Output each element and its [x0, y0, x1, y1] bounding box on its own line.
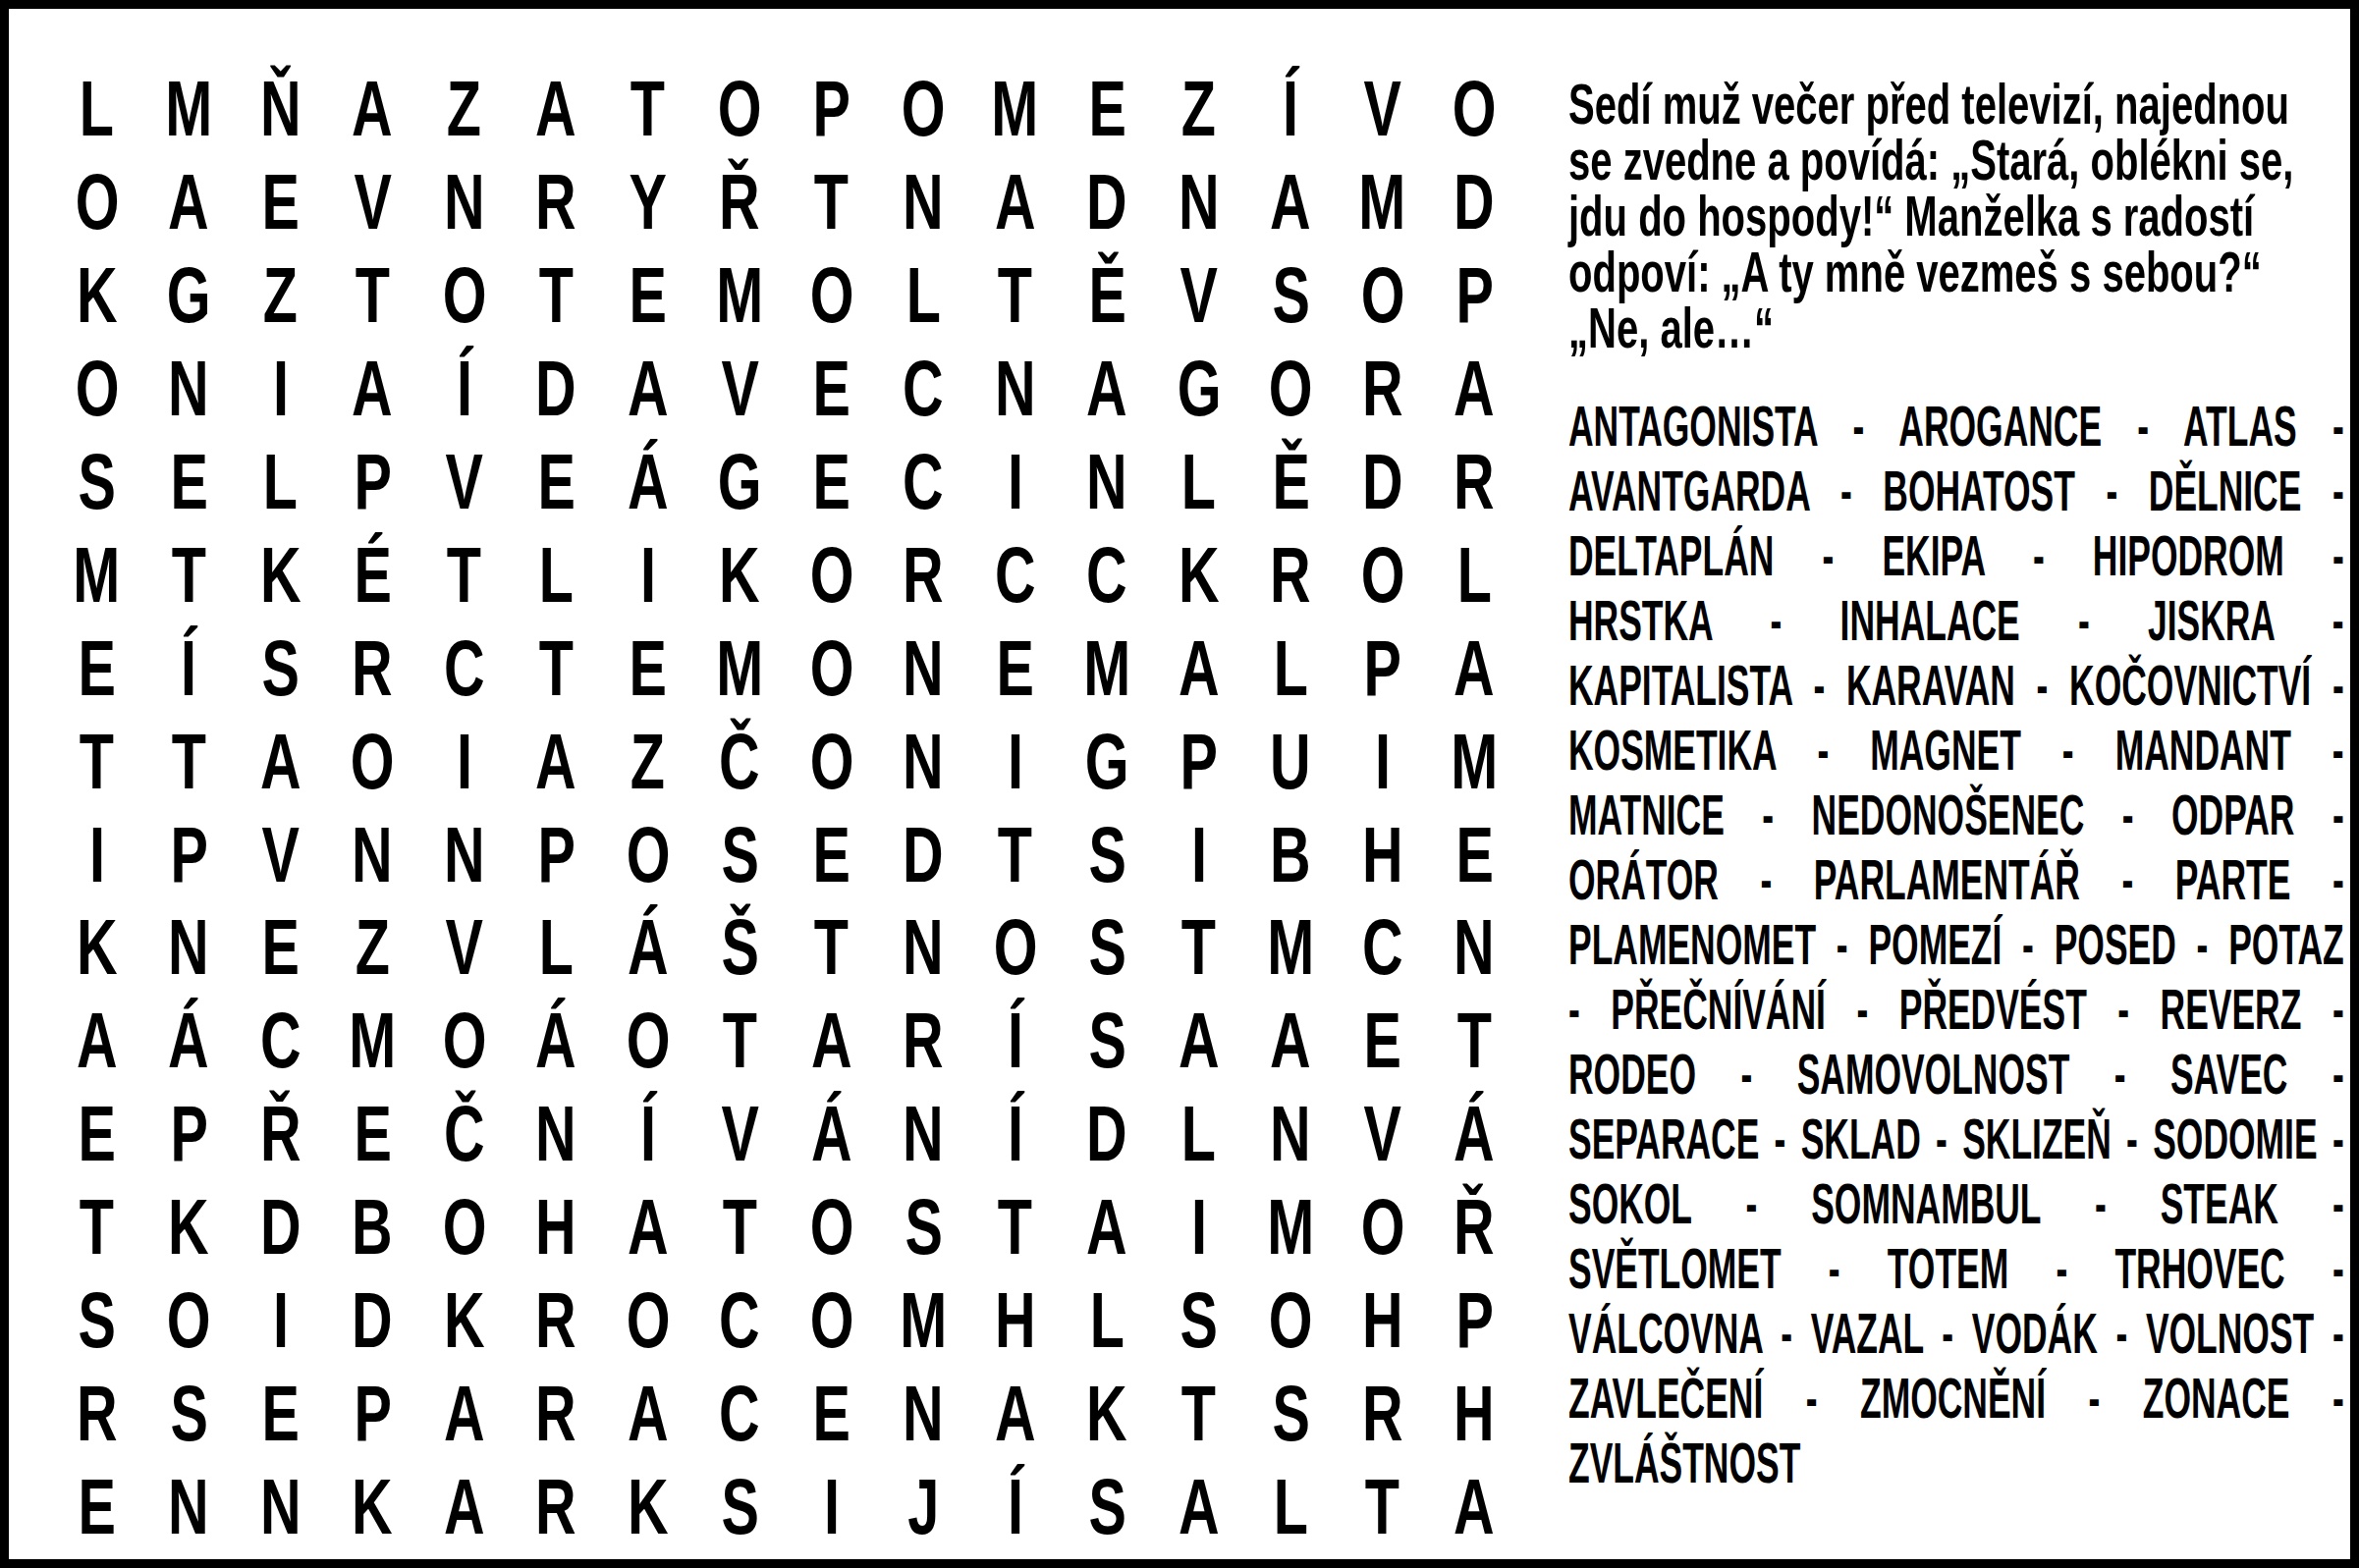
grid-letter: V — [354, 163, 391, 242]
grid-cell-r3c6: T — [511, 249, 603, 343]
grid-cell-r2c11: A — [969, 156, 1062, 249]
grid-cell-r7c16: A — [1429, 622, 1521, 715]
grid-cell-r13c9: O — [786, 1181, 878, 1274]
grid-cell-r12c11: Í — [969, 1088, 1062, 1181]
grid-letter: Z — [263, 256, 298, 335]
grid-letter: A — [352, 70, 393, 148]
grid-letter: Á — [628, 908, 669, 987]
grid-cell-r11c8: T — [694, 995, 787, 1088]
grid-cell-r9c7: O — [602, 808, 694, 901]
grid-cell-r7c8: M — [694, 622, 787, 715]
grid-cell-r12c1: E — [51, 1088, 143, 1181]
grid-cell-r6c14: R — [1245, 528, 1338, 622]
grid-cell-r11c2: Á — [143, 995, 236, 1088]
grid-cell-r9c9: E — [786, 808, 878, 901]
grid-letter: A — [260, 723, 302, 801]
grid-cell-r7c13: A — [1153, 622, 1245, 715]
grid-cell-r2c10: N — [878, 156, 970, 249]
grid-letter: T — [998, 816, 1032, 894]
grid-letter: N — [903, 908, 944, 987]
grid-cell-r11c7: O — [602, 995, 694, 1088]
grid-cell-r12c6: N — [511, 1088, 603, 1181]
grid-cell-r11c14: A — [1245, 995, 1338, 1088]
grid-letter: S — [1272, 256, 1309, 335]
grid-letter: A — [1454, 1468, 1495, 1546]
grid-cell-r9c8: S — [694, 808, 787, 901]
grid-cell-r5c12: N — [1062, 436, 1154, 529]
grid-cell-r10c8: Š — [694, 901, 787, 995]
grid-cell-r9c4: N — [327, 808, 419, 901]
grid-letter: S — [1088, 908, 1125, 987]
grid-letter: Z — [447, 70, 481, 148]
grid-letter: L — [539, 908, 574, 987]
grid-letter: T — [814, 163, 849, 242]
grid-cell-r9c5: N — [418, 808, 511, 901]
grid-letter: T — [356, 256, 390, 335]
grid-letter: D — [352, 1281, 393, 1360]
grid-letter: N — [903, 1375, 944, 1453]
grid-letter: E — [1088, 70, 1125, 148]
grid-letter: Z — [1181, 70, 1216, 148]
grid-cell-r14c13: S — [1153, 1274, 1245, 1368]
grid-cell-r4c7: A — [602, 343, 694, 436]
grid-letter: O — [1269, 1281, 1313, 1360]
grid-cell-r13c10: S — [878, 1181, 970, 1274]
grid-cell-r9c13: I — [1153, 808, 1245, 901]
grid-letter: S — [262, 629, 300, 708]
grid-cell-r6c11: C — [969, 528, 1062, 622]
grid-letter: P — [1180, 723, 1218, 801]
grid-cell-r14c4: D — [327, 1274, 419, 1368]
grid-cell-r11c1: A — [51, 995, 143, 1088]
grid-cell-r6c13: K — [1153, 528, 1245, 622]
grid-cell-r5c1: S — [51, 436, 143, 529]
grid-letter: E — [262, 908, 300, 987]
grid-letter: R — [352, 629, 393, 708]
grid-cell-r1c7: T — [602, 63, 694, 156]
grid-cell-r6c16: L — [1429, 528, 1521, 622]
grid-letter: T — [172, 536, 206, 615]
grid-letter: O — [809, 629, 853, 708]
grid-letter: B — [352, 1188, 393, 1267]
grid-letter: Í — [640, 1095, 656, 1173]
grid-letter: T — [1365, 1468, 1399, 1546]
grid-cell-r12c9: Á — [786, 1088, 878, 1181]
grid-cell-r1c14: Í — [1245, 63, 1338, 156]
grid-letter: Í — [181, 629, 196, 708]
grid-letter: I — [1008, 723, 1023, 801]
grid-letter: O — [167, 1281, 211, 1360]
grid-letter: C — [444, 629, 485, 708]
grid-letter: V — [1364, 70, 1401, 148]
grid-cell-r11c9: A — [786, 995, 878, 1088]
grid-cell-r2c15: M — [1337, 156, 1429, 249]
grid-cell-r15c13: T — [1153, 1367, 1245, 1460]
grid-letter: E — [262, 1375, 300, 1453]
grid-letter: V — [721, 1095, 758, 1173]
grid-letter: U — [1270, 723, 1311, 801]
grid-letter: L — [1090, 1281, 1125, 1360]
grid-cell-r15c6: R — [511, 1367, 603, 1460]
grid-letter: A — [168, 163, 209, 242]
grid-letter: Á — [628, 443, 669, 521]
grid-letter: T — [80, 723, 114, 801]
grid-cell-r2c5: N — [418, 156, 511, 249]
grid-letter: D — [1086, 1095, 1127, 1173]
grid-cell-r3c9: O — [786, 249, 878, 343]
grid-cell-r14c3: I — [235, 1274, 327, 1368]
grid-cell-r15c5: A — [418, 1367, 511, 1460]
grid-letter: H — [1362, 1281, 1403, 1360]
grid-letter: N — [168, 350, 209, 428]
grid-letter: D — [1454, 163, 1495, 242]
grid-letter: S — [1088, 1468, 1125, 1546]
grid-cell-r16c11: Í — [969, 1460, 1062, 1553]
grid-letter: H — [1454, 1375, 1495, 1453]
grid-cell-r15c1: R — [51, 1367, 143, 1460]
grid-letter: D — [1086, 163, 1127, 242]
word-list-line-17: ZVLÁŠTNOST — [1568, 1431, 2344, 1495]
grid-cell-r14c10: M — [878, 1274, 970, 1368]
grid-cell-r2c2: A — [143, 156, 236, 249]
grid-cell-r5c15: D — [1337, 436, 1429, 529]
word-list-line-15: VÁLCOVNA - VAZAL - VODÁK - VOLNOST - — [1568, 1301, 2344, 1366]
grid-letter: R — [1270, 536, 1311, 615]
grid-letter: N — [168, 908, 209, 987]
grid-cell-r16c6: R — [511, 1460, 603, 1553]
grid-letter: V — [1364, 1095, 1401, 1173]
grid-cell-r15c4: P — [327, 1367, 419, 1460]
grid-letter: K — [444, 1281, 485, 1360]
grid-letter: A — [628, 350, 669, 428]
grid-letter: Z — [356, 908, 390, 987]
grid-cell-r11c13: A — [1153, 995, 1245, 1088]
grid-cell-r14c12: L — [1062, 1274, 1154, 1368]
grid-letter: P — [354, 1375, 391, 1453]
grid-cell-r4c1: O — [51, 343, 143, 436]
grid-letter: Á — [1454, 1095, 1495, 1173]
grid-cell-r16c9: I — [786, 1460, 878, 1553]
grid-cell-r1c11: M — [969, 63, 1062, 156]
grid-letter: Ě — [1272, 443, 1309, 521]
grid-letter: Č — [719, 723, 760, 801]
grid-cell-r10c15: C — [1337, 901, 1429, 995]
grid-letter: O — [718, 70, 762, 148]
word-list-line-6: KOSMETIKA - MAGNET - MANDANT - — [1568, 718, 2344, 783]
grid-letter: J — [907, 1468, 939, 1546]
grid-cell-r8c8: Č — [694, 715, 787, 808]
grid-cell-r13c1: T — [51, 1181, 143, 1274]
word-list: ANTAGONISTA - AROGANCE - ATLAS -AVANTGAR… — [1568, 394, 2344, 1495]
grid-letter: N — [260, 1468, 302, 1546]
grid-cell-r13c12: A — [1062, 1181, 1154, 1274]
grid-letter: L — [263, 443, 298, 521]
grid-cell-r6c6: L — [511, 528, 603, 622]
grid-letter: M — [992, 70, 1039, 148]
grid-cell-r9c10: D — [878, 808, 970, 901]
grid-letter: K — [628, 1468, 669, 1546]
grid-letter: R — [535, 1281, 576, 1360]
grid-cell-r12c14: N — [1245, 1088, 1338, 1181]
grid-letter: R — [535, 1375, 576, 1453]
grid-cell-r2c14: A — [1245, 156, 1338, 249]
grid-letter: A — [444, 1468, 485, 1546]
grid-letter: E — [813, 1375, 850, 1453]
grid-letter: S — [721, 816, 758, 894]
grid-cell-r12c10: N — [878, 1088, 970, 1181]
grid-letter: T — [723, 1188, 757, 1267]
grid-letter: C — [260, 1001, 302, 1080]
grid-cell-r7c3: S — [235, 622, 327, 715]
grid-cell-r13c2: K — [143, 1181, 236, 1274]
grid-letter: I — [1375, 723, 1391, 801]
grid-cell-r4c13: G — [1153, 343, 1245, 436]
grid-cell-r12c8: V — [694, 1088, 787, 1181]
grid-letter: O — [809, 1188, 853, 1267]
word-list-line-13: SOKOL - SOMNAMBUL - STEAK - — [1568, 1171, 2344, 1236]
grid-letter: E — [1455, 816, 1493, 894]
grid-cell-r10c9: T — [786, 901, 878, 995]
grid-cell-r4c5: Í — [418, 343, 511, 436]
grid-letter: K — [1086, 1375, 1127, 1453]
grid-letter: Í — [1008, 1001, 1023, 1080]
grid-letter: N — [1086, 443, 1127, 521]
word-list-line-3: DELTAPLÁN - EKIPA - HIPODROM - — [1568, 523, 2344, 588]
grid-letter: A — [811, 1001, 852, 1080]
grid-cell-r6c4: É — [327, 528, 419, 622]
grid-letter: E — [170, 443, 207, 521]
grid-cell-r10c3: E — [235, 901, 327, 995]
grid-letter: T — [539, 256, 574, 335]
grid-cell-r12c16: Á — [1429, 1088, 1521, 1181]
word-list-line-9: PLAMENOMET - POMEZÍ - POSED - POTAZ — [1568, 912, 2344, 977]
grid-letter: S — [721, 1468, 758, 1546]
grid-letter: A — [995, 163, 1036, 242]
riddle-line-4: odpoví: „A ty mně vezmeš s sebou?“ — [1568, 243, 2111, 299]
grid-cell-r10c12: S — [1062, 901, 1154, 995]
grid-letter: E — [813, 443, 850, 521]
grid-cell-r6c2: T — [143, 528, 236, 622]
grid-cell-r16c16: A — [1429, 1460, 1521, 1553]
grid-cell-r10c14: M — [1245, 901, 1338, 995]
grid-cell-r5c10: C — [878, 436, 970, 529]
grid-cell-r15c9: E — [786, 1367, 878, 1460]
grid-letter: O — [75, 350, 119, 428]
grid-cell-r8c5: I — [418, 715, 511, 808]
grid-letter: K — [719, 536, 760, 615]
grid-cell-r6c12: C — [1062, 528, 1154, 622]
grid-letter: V — [446, 908, 483, 987]
grid-letter: O — [1453, 70, 1497, 148]
grid-cell-r12c3: Ř — [235, 1088, 327, 1181]
grid-cell-r12c12: D — [1062, 1088, 1154, 1181]
grid-letter: S — [79, 1281, 116, 1360]
grid-letter: E — [997, 629, 1034, 708]
grid-letter: A — [535, 723, 576, 801]
grid-letter: A — [1086, 1188, 1127, 1267]
grid-letter: N — [444, 816, 485, 894]
grid-letter: V — [1180, 256, 1218, 335]
grid-cell-r8c1: T — [51, 715, 143, 808]
word-list-line-12: SEPARACE - SKLAD - SKLIZEŇ - SODOMIE - — [1568, 1107, 2344, 1171]
grid-letter: D — [260, 1188, 302, 1267]
grid-cell-r12c15: V — [1337, 1088, 1429, 1181]
riddle-text: Sedí muž večer před televizí, najednouse… — [1568, 76, 2111, 355]
grid-cell-r6c1: M — [51, 528, 143, 622]
grid-cell-r10c2: N — [143, 901, 236, 995]
grid-cell-r3c11: T — [969, 249, 1062, 343]
grid-cell-r12c13: L — [1153, 1088, 1245, 1181]
grid-cell-r7c4: R — [327, 622, 419, 715]
grid-letter: R — [1362, 1375, 1403, 1453]
grid-letter: N — [1454, 908, 1495, 987]
grid-letter: O — [1269, 350, 1313, 428]
grid-cell-r4c8: V — [694, 343, 787, 436]
grid-letter: Á — [168, 1001, 209, 1080]
word-list-line-11: RODEO - SAMOVOLNOST - SAVEC - — [1568, 1042, 2344, 1107]
grid-cell-r16c3: N — [235, 1460, 327, 1553]
grid-letter: T — [447, 536, 481, 615]
grid-cell-r1c2: M — [143, 63, 236, 156]
grid-cell-r14c16: P — [1429, 1274, 1521, 1368]
word-list-line-5: KAPITALISTA - KARAVAN - KOČOVNICTVÍ - — [1568, 653, 2344, 718]
grid-letter: O — [809, 256, 853, 335]
grid-cell-r13c5: O — [418, 1181, 511, 1274]
grid-letter: R — [1454, 443, 1495, 521]
grid-cell-r13c14: M — [1245, 1181, 1338, 1274]
grid-cell-r9c14: B — [1245, 808, 1338, 901]
grid-cell-r5c16: R — [1429, 436, 1521, 529]
grid-cell-r5c6: E — [511, 436, 603, 529]
grid-letter: S — [905, 1188, 942, 1267]
grid-cell-r4c11: N — [969, 343, 1062, 436]
word-list-line-8: ORÁTOR - PARLAMENTÁŘ - PARTE - — [1568, 847, 2344, 912]
grid-cell-r8c6: A — [511, 715, 603, 808]
grid-cell-r12c4: E — [327, 1088, 419, 1181]
word-list-line-16: ZAVLEČENÍ - ZMOCNĚNÍ - ZONACE - — [1568, 1366, 2344, 1431]
grid-letter: O — [442, 256, 486, 335]
grid-cell-r5c14: Ě — [1245, 436, 1338, 529]
grid-cell-r10c7: Á — [602, 901, 694, 995]
grid-letter: N — [1179, 163, 1220, 242]
grid-cell-r6c15: O — [1337, 528, 1429, 622]
grid-letter: A — [1179, 1468, 1220, 1546]
grid-letter: Í — [1008, 1095, 1023, 1173]
grid-cell-r3c13: V — [1153, 249, 1245, 343]
grid-letter: T — [539, 629, 574, 708]
grid-cell-r7c1: E — [51, 622, 143, 715]
grid-cell-r9c2: P — [143, 808, 236, 901]
grid-cell-r3c16: P — [1429, 249, 1521, 343]
grid-letter: Í — [1008, 1468, 1023, 1546]
grid-cell-r6c10: R — [878, 528, 970, 622]
grid-letter: T — [80, 1188, 114, 1267]
grid-cell-r1c5: Z — [418, 63, 511, 156]
grid-cell-r9c6: P — [511, 808, 603, 901]
grid-letter: T — [1181, 1375, 1216, 1453]
grid-cell-r10c5: V — [418, 901, 511, 995]
grid-cell-r13c15: O — [1337, 1181, 1429, 1274]
grid-cell-r7c9: O — [786, 622, 878, 715]
grid-letter: O — [626, 1281, 670, 1360]
grid-cell-r14c6: R — [511, 1274, 603, 1368]
grid-cell-r1c15: V — [1337, 63, 1429, 156]
grid-letter: A — [1179, 629, 1220, 708]
grid-cell-r2c9: T — [786, 156, 878, 249]
grid-letter: I — [273, 1281, 289, 1360]
grid-letter: Í — [457, 350, 472, 428]
grid-letter: A — [535, 70, 576, 148]
grid-cell-r7c14: L — [1245, 622, 1338, 715]
grid-cell-r3c1: K — [51, 249, 143, 343]
grid-cell-r15c14: S — [1245, 1367, 1338, 1460]
grid-letter: M — [1359, 163, 1406, 242]
grid-letter: E — [813, 816, 850, 894]
grid-cell-r7c6: T — [511, 622, 603, 715]
grid-letter: K — [1179, 536, 1220, 615]
grid-letter: E — [79, 1468, 116, 1546]
grid-letter: N — [1270, 1095, 1311, 1173]
grid-letter: A — [995, 1375, 1036, 1453]
grid-letter: O — [809, 723, 853, 801]
grid-letter: N — [903, 629, 944, 708]
grid-cell-r14c2: O — [143, 1274, 236, 1368]
grid-cell-r8c2: T — [143, 715, 236, 808]
grid-cell-r16c4: K — [327, 1460, 419, 1553]
grid-cell-r5c11: I — [969, 436, 1062, 529]
grid-cell-r5c3: L — [235, 436, 327, 529]
grid-cell-r7c7: E — [602, 622, 694, 715]
grid-cell-r4c2: N — [143, 343, 236, 436]
grid-cell-r9c16: E — [1429, 808, 1521, 901]
word-list-line-1: ANTAGONISTA - AROGANCE - ATLAS - — [1568, 394, 2344, 459]
grid-letter: N — [903, 163, 944, 242]
grid-cell-r10c6: L — [511, 901, 603, 995]
grid-letter: P — [354, 443, 391, 521]
grid-letter: P — [813, 70, 850, 148]
grid-cell-r15c12: K — [1062, 1367, 1154, 1460]
grid-cell-r16c8: S — [694, 1460, 787, 1553]
grid-letter: O — [626, 1001, 670, 1080]
grid-letter: T — [172, 723, 206, 801]
grid-letter: N — [903, 1095, 944, 1173]
grid-letter: T — [723, 1001, 757, 1080]
grid-letter: K — [77, 256, 118, 335]
grid-cell-r14c1: S — [51, 1274, 143, 1368]
grid-cell-r2c13: N — [1153, 156, 1245, 249]
grid-cell-r3c15: O — [1337, 249, 1429, 343]
grid-cell-r12c7: Í — [602, 1088, 694, 1181]
grid-letter: P — [1455, 1281, 1493, 1360]
grid-cell-r8c10: N — [878, 715, 970, 808]
grid-cell-r14c7: O — [602, 1274, 694, 1368]
grid-letter: L — [539, 536, 574, 615]
grid-cell-r14c8: C — [694, 1274, 787, 1368]
grid-letter: O — [902, 70, 946, 148]
grid-cell-r2c6: R — [511, 156, 603, 249]
grid-cell-r5c5: V — [418, 436, 511, 529]
grid-cell-r5c8: G — [694, 436, 787, 529]
grid-cell-r13c11: T — [969, 1181, 1062, 1274]
grid-cell-r3c8: M — [694, 249, 787, 343]
riddle-line-5: „Ne, ale…“ — [1568, 299, 2111, 355]
word-list-line-7: MATNICE - NEDONOŠENEC - ODPAR - — [1568, 783, 2344, 847]
grid-cell-r1c13: Z — [1153, 63, 1245, 156]
grid-letter: M — [1083, 629, 1130, 708]
grid-letter: O — [626, 816, 670, 894]
grid-cell-r16c13: A — [1153, 1460, 1245, 1553]
grid-letter: É — [354, 536, 391, 615]
